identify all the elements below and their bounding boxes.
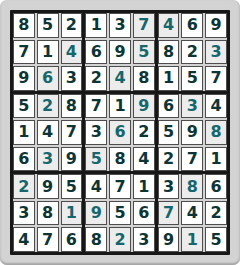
sudoku-board: 8527149631376952484698231575281476397193… (10, 10, 230, 255)
cell-r1c2[interactable]: 5 (37, 13, 59, 38)
cell-r5c6[interactable]: 2 (133, 120, 155, 145)
cell-r8c8[interactable]: 4 (181, 201, 203, 226)
cell-r1c8[interactable]: 6 (181, 13, 203, 38)
cell-r4c6[interactable]: 9 (133, 94, 155, 119)
app-frame: 8527149631376952484698231575281476397193… (0, 0, 240, 265)
cell-r9c2[interactable]: 7 (37, 227, 59, 252)
cell-r2c1[interactable]: 7 (13, 40, 35, 65)
cell-r8c9[interactable]: 2 (205, 201, 227, 226)
cell-r3c7[interactable]: 1 (158, 66, 180, 91)
cell-r7c5[interactable]: 7 (109, 174, 131, 199)
cell-r7c9[interactable]: 6 (205, 174, 227, 199)
cell-r6c2[interactable]: 3 (37, 147, 59, 172)
cell-r4c4[interactable]: 7 (85, 94, 107, 119)
cell-r7c1[interactable]: 2 (13, 174, 35, 199)
cell-r6c3[interactable]: 9 (61, 147, 83, 172)
cell-r5c3[interactable]: 7 (61, 120, 83, 145)
cell-r3c2[interactable]: 6 (37, 66, 59, 91)
box-8: 471956823 (85, 174, 154, 252)
cell-r9c8[interactable]: 1 (181, 227, 203, 252)
cell-r6c6[interactable]: 4 (133, 147, 155, 172)
cell-r2c2[interactable]: 1 (37, 40, 59, 65)
cell-r4c9[interactable]: 4 (205, 94, 227, 119)
cell-r1c1[interactable]: 8 (13, 13, 35, 38)
cell-r1c9[interactable]: 9 (205, 13, 227, 38)
box-2: 137695248 (85, 13, 154, 91)
cell-r1c3[interactable]: 2 (61, 13, 83, 38)
cell-r3c5[interactable]: 4 (109, 66, 131, 91)
cell-r3c1[interactable]: 9 (13, 66, 35, 91)
cell-r3c8[interactable]: 5 (181, 66, 203, 91)
cell-r3c4[interactable]: 2 (85, 66, 107, 91)
cell-r9c5[interactable]: 2 (109, 227, 131, 252)
cell-r1c4[interactable]: 1 (85, 13, 107, 38)
cell-r3c6[interactable]: 8 (133, 66, 155, 91)
cell-r7c8[interactable]: 8 (181, 174, 203, 199)
cell-r6c4[interactable]: 5 (85, 147, 107, 172)
cell-r8c5[interactable]: 5 (109, 201, 131, 226)
cell-r1c7[interactable]: 4 (158, 13, 180, 38)
cell-r9c4[interactable]: 8 (85, 227, 107, 252)
cell-r1c5[interactable]: 3 (109, 13, 131, 38)
cell-r9c7[interactable]: 9 (158, 227, 180, 252)
cell-r6c5[interactable]: 8 (109, 147, 131, 172)
box-1: 852714963 (13, 13, 82, 91)
cell-r5c1[interactable]: 1 (13, 120, 35, 145)
cell-r7c7[interactable]: 3 (158, 174, 180, 199)
cell-r5c5[interactable]: 6 (109, 120, 131, 145)
cell-r5c9[interactable]: 8 (205, 120, 227, 145)
cell-r1c6[interactable]: 7 (133, 13, 155, 38)
cell-r6c8[interactable]: 7 (181, 147, 203, 172)
cell-r6c1[interactable]: 6 (13, 147, 35, 172)
cell-r9c1[interactable]: 4 (13, 227, 35, 252)
cell-r2c4[interactable]: 6 (85, 40, 107, 65)
cell-r5c7[interactable]: 5 (158, 120, 180, 145)
cell-r6c9[interactable]: 1 (205, 147, 227, 172)
box-4: 528147639 (13, 94, 82, 172)
cell-r5c8[interactable]: 9 (181, 120, 203, 145)
cell-r8c7[interactable]: 7 (158, 201, 180, 226)
cell-r7c6[interactable]: 1 (133, 174, 155, 199)
box-9: 386742915 (158, 174, 227, 252)
cell-r3c9[interactable]: 7 (205, 66, 227, 91)
cell-r8c3[interactable]: 1 (61, 201, 83, 226)
cell-r9c6[interactable]: 3 (133, 227, 155, 252)
box-3: 469823157 (158, 13, 227, 91)
cell-r8c2[interactable]: 8 (37, 201, 59, 226)
cell-r4c5[interactable]: 1 (109, 94, 131, 119)
cell-r2c5[interactable]: 9 (109, 40, 131, 65)
cell-r4c2[interactable]: 2 (37, 94, 59, 119)
cell-r2c6[interactable]: 5 (133, 40, 155, 65)
cell-r7c2[interactable]: 9 (37, 174, 59, 199)
cell-r4c1[interactable]: 5 (13, 94, 35, 119)
cell-r8c6[interactable]: 6 (133, 201, 155, 226)
cell-r8c4[interactable]: 9 (85, 201, 107, 226)
cell-r2c8[interactable]: 2 (181, 40, 203, 65)
cell-r5c4[interactable]: 3 (85, 120, 107, 145)
cell-r7c4[interactable]: 4 (85, 174, 107, 199)
box-7: 295381476 (13, 174, 82, 252)
cell-r7c3[interactable]: 5 (61, 174, 83, 199)
cell-r2c3[interactable]: 4 (61, 40, 83, 65)
cell-r4c7[interactable]: 6 (158, 94, 180, 119)
cell-r9c9[interactable]: 5 (205, 227, 227, 252)
cell-r8c1[interactable]: 3 (13, 201, 35, 226)
cell-r9c3[interactable]: 6 (61, 227, 83, 252)
cell-r4c3[interactable]: 8 (61, 94, 83, 119)
box-5: 719362584 (85, 94, 154, 172)
box-6: 634598271 (158, 94, 227, 172)
cell-r4c8[interactable]: 3 (181, 94, 203, 119)
cell-r2c7[interactable]: 8 (158, 40, 180, 65)
cell-r3c3[interactable]: 3 (61, 66, 83, 91)
cell-r6c7[interactable]: 2 (158, 147, 180, 172)
cell-r2c9[interactable]: 3 (205, 40, 227, 65)
cell-r5c2[interactable]: 4 (37, 120, 59, 145)
